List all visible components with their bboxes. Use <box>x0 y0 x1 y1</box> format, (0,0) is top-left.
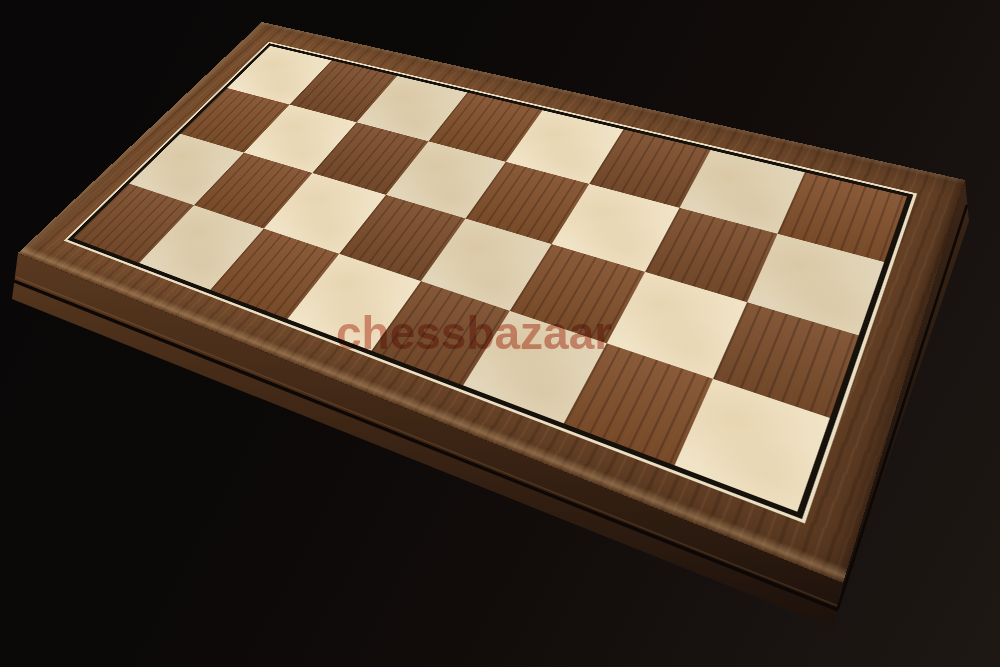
product-photo: chessbazaar <box>0 0 1000 667</box>
watermark: chessbazaar <box>336 306 612 360</box>
